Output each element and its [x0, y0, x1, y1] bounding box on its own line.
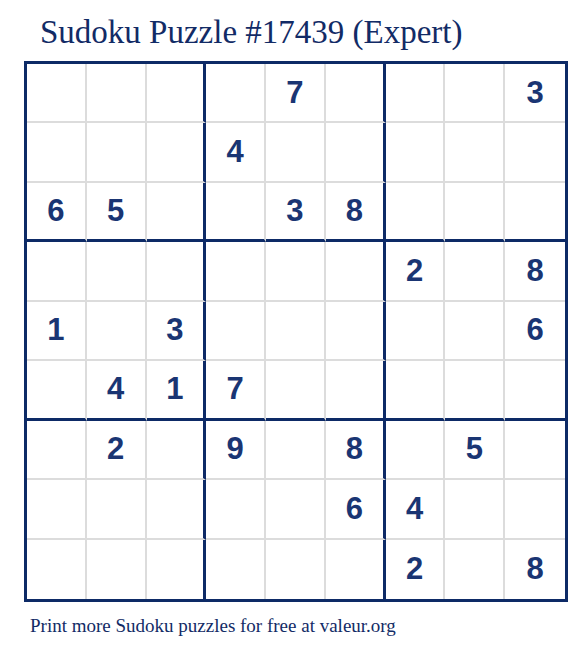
cell-r1c9: 3 [505, 64, 565, 123]
cell-r1c8 [445, 64, 505, 123]
cell-r5c6 [326, 302, 386, 361]
cell-r8c7: 4 [386, 480, 446, 539]
cell-r4c9: 8 [505, 242, 565, 301]
cell-r8c8 [445, 480, 505, 539]
cell-r1c5: 7 [266, 64, 326, 123]
cell-r3c3 [147, 183, 207, 242]
cell-r9c3 [147, 540, 207, 599]
cell-r5c1: 1 [27, 302, 87, 361]
cell-r6c9 [505, 361, 565, 420]
cell-r4c4 [206, 242, 266, 301]
cell-r7c3 [147, 421, 207, 480]
cell-r4c2 [87, 242, 147, 301]
cell-r8c4 [206, 480, 266, 539]
cell-r7c9 [505, 421, 565, 480]
cell-r9c2 [87, 540, 147, 599]
cell-r2c6 [326, 123, 386, 182]
cell-r2c9 [505, 123, 565, 182]
cell-r8c5 [266, 480, 326, 539]
cell-r8c6: 6 [326, 480, 386, 539]
cell-r7c5 [266, 421, 326, 480]
page-title: Sudoku Puzzle #17439 (Expert) [40, 14, 463, 50]
cell-r6c4: 7 [206, 361, 266, 420]
cell-r9c4 [206, 540, 266, 599]
cell-r8c3 [147, 480, 207, 539]
cell-r1c1 [27, 64, 87, 123]
cell-r1c6 [326, 64, 386, 123]
cell-r3c2: 5 [87, 183, 147, 242]
cell-r9c9: 8 [505, 540, 565, 599]
cell-r5c9: 6 [505, 302, 565, 361]
cell-r6c1 [27, 361, 87, 420]
cell-r2c8 [445, 123, 505, 182]
cell-r7c2: 2 [87, 421, 147, 480]
cell-r1c4 [206, 64, 266, 123]
cell-r4c7: 2 [386, 242, 446, 301]
cell-r6c2: 4 [87, 361, 147, 420]
cell-r3c9 [505, 183, 565, 242]
sudoku-board: 73465382813641729856428 [24, 61, 568, 602]
cell-r9c5 [266, 540, 326, 599]
cell-r2c1 [27, 123, 87, 182]
cell-r2c7 [386, 123, 446, 182]
cell-r7c8: 5 [445, 421, 505, 480]
cell-r2c4: 4 [206, 123, 266, 182]
cell-r3c7 [386, 183, 446, 242]
cell-r5c2 [87, 302, 147, 361]
cell-r2c2 [87, 123, 147, 182]
cell-r6c8 [445, 361, 505, 420]
cell-r4c6 [326, 242, 386, 301]
cell-r9c8 [445, 540, 505, 599]
cell-r2c5 [266, 123, 326, 182]
cell-r6c5 [266, 361, 326, 420]
cell-r8c2 [87, 480, 147, 539]
cell-r5c3: 3 [147, 302, 207, 361]
cell-r4c5 [266, 242, 326, 301]
cell-r3c1: 6 [27, 183, 87, 242]
sudoku-print-page: Sudoku Puzzle #17439 (Expert) 7346538281… [0, 0, 580, 651]
cell-r5c4 [206, 302, 266, 361]
cell-r4c1 [27, 242, 87, 301]
cell-r7c7 [386, 421, 446, 480]
cell-r3c8 [445, 183, 505, 242]
cell-r5c7 [386, 302, 446, 361]
cell-r1c7 [386, 64, 446, 123]
cell-r4c3 [147, 242, 207, 301]
cell-r8c1 [27, 480, 87, 539]
cell-r7c6: 8 [326, 421, 386, 480]
cell-r4c8 [445, 242, 505, 301]
cell-r3c5: 3 [266, 183, 326, 242]
cell-r6c3: 1 [147, 361, 207, 420]
cell-r3c4 [206, 183, 266, 242]
cell-r1c2 [87, 64, 147, 123]
cell-r7c4: 9 [206, 421, 266, 480]
cell-r6c6 [326, 361, 386, 420]
cell-r1c3 [147, 64, 207, 123]
footer-note: Print more Sudoku puzzles for free at va… [30, 615, 396, 637]
cell-r9c1 [27, 540, 87, 599]
cell-r5c8 [445, 302, 505, 361]
cell-r9c7: 2 [386, 540, 446, 599]
cell-r9c6 [326, 540, 386, 599]
cell-r5c5 [266, 302, 326, 361]
cell-r6c7 [386, 361, 446, 420]
cell-r3c6: 8 [326, 183, 386, 242]
cell-r7c1 [27, 421, 87, 480]
cell-r8c9 [505, 480, 565, 539]
cell-r2c3 [147, 123, 207, 182]
